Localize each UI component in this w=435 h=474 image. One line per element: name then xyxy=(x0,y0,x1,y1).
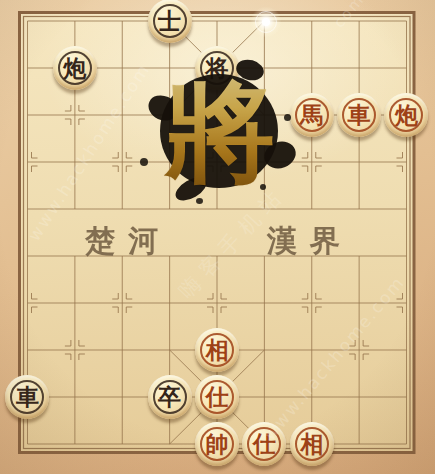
piece-character: 車 xyxy=(337,92,381,136)
piece-character: 炮 xyxy=(384,92,428,136)
piece-character: 炮 xyxy=(53,45,97,89)
piece-red-elephant[interactable]: 相 xyxy=(195,328,239,372)
piece-red-advisor[interactable]: 仕 xyxy=(242,422,286,466)
check-banner: 將 xyxy=(144,62,296,207)
piece-character: 車 xyxy=(5,374,49,418)
check-character: 將 xyxy=(144,54,296,212)
piece-red-cannon[interactable]: 炮 xyxy=(384,93,428,137)
piece-character: 馬 xyxy=(290,92,334,136)
piece-red-horse[interactable]: 馬 xyxy=(290,93,334,137)
sparkle-core xyxy=(262,18,270,26)
piece-red-elephant[interactable]: 相 xyxy=(290,422,334,466)
piece-character: 相 xyxy=(290,421,334,465)
piece-red-general[interactable]: 帥 xyxy=(195,422,239,466)
piece-character: 帥 xyxy=(195,421,239,465)
piece-red-advisor[interactable]: 仕 xyxy=(195,375,239,419)
piece-character: 仕 xyxy=(242,421,286,465)
piece-black-cannon[interactable]: 炮 xyxy=(53,46,97,90)
piece-character: 相 xyxy=(195,327,239,371)
piece-red-chariot[interactable]: 車 xyxy=(337,93,381,137)
piece-character: 仕 xyxy=(195,374,239,418)
xiangqi-game-screen: 楚河 漢界 士炮将馬車炮相車卒仕帥仕相 將 www.hackhome.com 嗨… xyxy=(0,0,435,474)
piece-black-soldier[interactable]: 卒 xyxy=(148,375,192,419)
piece-character: 卒 xyxy=(148,374,192,418)
piece-black-chariot[interactable]: 車 xyxy=(5,375,49,419)
sparkle-effect xyxy=(249,5,283,39)
piece-black-advisor[interactable]: 士 xyxy=(148,0,192,43)
piece-character: 士 xyxy=(148,0,192,42)
